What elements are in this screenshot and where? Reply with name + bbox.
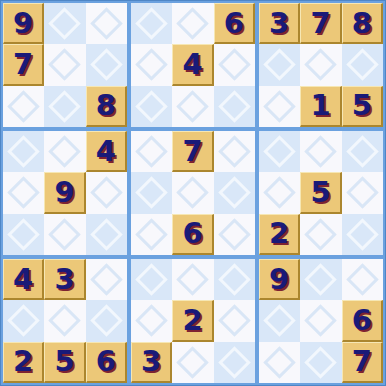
cell-r1c9: 8 [342, 3, 383, 44]
diamond-placeholder-icon [90, 7, 123, 40]
cell-r4c1[interactable] [3, 131, 44, 172]
cell-r8c1[interactable] [3, 300, 44, 341]
cell-r2c8[interactable] [300, 44, 341, 85]
cell-r9c8[interactable] [300, 342, 341, 383]
diamond-placeholder-icon [305, 346, 338, 379]
diamond-placeholder-icon [263, 49, 296, 82]
cell-r6c7: 2 [259, 214, 300, 255]
sudoku-box-8: 23 [131, 259, 255, 383]
diamond-placeholder-icon [90, 218, 123, 251]
cell-r3c3: 8 [86, 86, 127, 127]
cell-r4c2[interactable] [44, 131, 85, 172]
cell-r6c6[interactable] [214, 214, 255, 255]
cell-r8c4[interactable] [131, 300, 172, 341]
cell-r3c6[interactable] [214, 86, 255, 127]
sudoku-box-7: 43256 [3, 259, 127, 383]
cell-r8c6[interactable] [214, 300, 255, 341]
cell-r1c6: 6 [214, 3, 255, 44]
cell-r2c5: 4 [172, 44, 213, 85]
diamond-placeholder-icon [7, 305, 40, 338]
cell-r9c6[interactable] [214, 342, 255, 383]
diamond-placeholder-icon [135, 135, 168, 168]
diamond-placeholder-icon [218, 346, 251, 379]
diamond-placeholder-icon [135, 177, 168, 210]
cell-r7c8[interactable] [300, 259, 341, 300]
diamond-placeholder-icon [346, 218, 379, 251]
diamond-placeholder-icon [90, 177, 123, 210]
diamond-placeholder-icon [346, 135, 379, 168]
diamond-placeholder-icon [7, 177, 40, 210]
diamond-placeholder-icon [305, 263, 338, 296]
cell-r5c6[interactable] [214, 172, 255, 213]
cell-r3c4[interactable] [131, 86, 172, 127]
diamond-placeholder-icon [135, 263, 168, 296]
cell-r3c8: 1 [300, 86, 341, 127]
cell-r8c7[interactable] [259, 300, 300, 341]
diamond-placeholder-icon [135, 7, 168, 40]
cell-r5c8: 5 [300, 172, 341, 213]
diamond-placeholder-icon [7, 90, 40, 123]
cell-r5c4[interactable] [131, 172, 172, 213]
cell-r5c5[interactable] [172, 172, 213, 213]
cell-r4c4[interactable] [131, 131, 172, 172]
cell-r7c9[interactable] [342, 259, 383, 300]
cell-r2c2[interactable] [44, 44, 85, 85]
cell-r9c7[interactable] [259, 342, 300, 383]
cell-r1c8: 7 [300, 3, 341, 44]
diamond-placeholder-icon [218, 177, 251, 210]
cell-r6c2[interactable] [44, 214, 85, 255]
cell-r3c7[interactable] [259, 86, 300, 127]
cell-r7c6[interactable] [214, 259, 255, 300]
diamond-placeholder-icon [177, 346, 210, 379]
cell-r4c5: 7 [172, 131, 213, 172]
sudoku-box-3: 37815 [259, 3, 383, 127]
cell-r8c3[interactable] [86, 300, 127, 341]
cell-r7c5[interactable] [172, 259, 213, 300]
diamond-placeholder-icon [346, 177, 379, 210]
cell-r4c3: 4 [86, 131, 127, 172]
diamond-placeholder-icon [218, 263, 251, 296]
diamond-placeholder-icon [263, 177, 296, 210]
cell-r6c8[interactable] [300, 214, 341, 255]
cell-r9c3: 6 [86, 342, 127, 383]
cell-r3c2[interactable] [44, 86, 85, 127]
cell-r5c9[interactable] [342, 172, 383, 213]
diamond-placeholder-icon [135, 49, 168, 82]
cell-r8c9: 6 [342, 300, 383, 341]
cell-r2c1: 7 [3, 44, 44, 85]
cell-r9c5[interactable] [172, 342, 213, 383]
diamond-placeholder-icon [135, 305, 168, 338]
diamond-placeholder-icon [305, 135, 338, 168]
cell-r7c7: 9 [259, 259, 300, 300]
cell-r5c3[interactable] [86, 172, 127, 213]
cell-r3c5[interactable] [172, 86, 213, 127]
cell-r7c1: 4 [3, 259, 44, 300]
cell-r5c2: 9 [44, 172, 85, 213]
diamond-placeholder-icon [135, 90, 168, 123]
diamond-placeholder-icon [305, 218, 338, 251]
diamond-placeholder-icon [263, 90, 296, 123]
diamond-placeholder-icon [305, 305, 338, 338]
diamond-placeholder-icon [218, 218, 251, 251]
cell-r8c2[interactable] [44, 300, 85, 341]
cell-r1c7: 3 [259, 3, 300, 44]
cell-r9c2: 5 [44, 342, 85, 383]
sudoku-box-4: 49 [3, 131, 127, 255]
cell-r2c9[interactable] [342, 44, 383, 85]
diamond-placeholder-icon [177, 263, 210, 296]
cell-r6c4[interactable] [131, 214, 172, 255]
diamond-placeholder-icon [263, 135, 296, 168]
sudoku-box-9: 967 [259, 259, 383, 383]
diamond-placeholder-icon [346, 49, 379, 82]
cell-r3c9: 5 [342, 86, 383, 127]
cell-r5c1[interactable] [3, 172, 44, 213]
cell-r6c9[interactable] [342, 214, 383, 255]
cell-r6c5: 6 [172, 214, 213, 255]
diamond-placeholder-icon [49, 7, 82, 40]
cell-r3c1[interactable] [3, 86, 44, 127]
diamond-placeholder-icon [90, 263, 123, 296]
diamond-placeholder-icon [177, 90, 210, 123]
cell-r8c8[interactable] [300, 300, 341, 341]
diamond-placeholder-icon [49, 90, 82, 123]
diamond-placeholder-icon [49, 49, 82, 82]
cell-r7c3[interactable] [86, 259, 127, 300]
diamond-placeholder-icon [135, 218, 168, 251]
diamond-placeholder-icon [218, 305, 251, 338]
diamond-placeholder-icon [7, 218, 40, 251]
diamond-placeholder-icon [49, 135, 82, 168]
diamond-placeholder-icon [49, 305, 82, 338]
diamond-placeholder-icon [263, 305, 296, 338]
cell-r2c4[interactable] [131, 44, 172, 85]
cell-r7c4[interactable] [131, 259, 172, 300]
diamond-placeholder-icon [346, 263, 379, 296]
diamond-placeholder-icon [305, 49, 338, 82]
sudoku-box-2: 64 [131, 3, 255, 127]
sudoku-board: 97864378154976524325623967 [0, 0, 386, 386]
cell-r1c4[interactable] [131, 3, 172, 44]
diamond-placeholder-icon [90, 305, 123, 338]
cell-r1c3[interactable] [86, 3, 127, 44]
cell-r4c9[interactable] [342, 131, 383, 172]
cell-r1c1: 9 [3, 3, 44, 44]
sudoku-box-6: 52 [259, 131, 383, 255]
cell-r4c7[interactable] [259, 131, 300, 172]
diamond-placeholder-icon [218, 90, 251, 123]
cell-r5c7[interactable] [259, 172, 300, 213]
cell-r4c8[interactable] [300, 131, 341, 172]
cell-r2c7[interactable] [259, 44, 300, 85]
cell-r1c5[interactable] [172, 3, 213, 44]
diamond-placeholder-icon [7, 135, 40, 168]
cell-r2c6[interactable] [214, 44, 255, 85]
cell-r9c9: 7 [342, 342, 383, 383]
sudoku-box-5: 76 [131, 131, 255, 255]
diamond-placeholder-icon [218, 135, 251, 168]
cell-r4c6[interactable] [214, 131, 255, 172]
cell-r9c4: 3 [131, 342, 172, 383]
diamond-placeholder-icon [177, 7, 210, 40]
cell-r6c3[interactable] [86, 214, 127, 255]
cell-r8c5: 2 [172, 300, 213, 341]
diamond-placeholder-icon [263, 346, 296, 379]
cell-r1c2[interactable] [44, 3, 85, 44]
diamond-placeholder-icon [177, 177, 210, 210]
cell-r9c1: 2 [3, 342, 44, 383]
diamond-placeholder-icon [49, 218, 82, 251]
cell-r6c1[interactable] [3, 214, 44, 255]
cell-r7c2: 3 [44, 259, 85, 300]
cell-r2c3[interactable] [86, 44, 127, 85]
diamond-placeholder-icon [90, 49, 123, 82]
sudoku-box-1: 978 [3, 3, 127, 127]
diamond-placeholder-icon [218, 49, 251, 82]
